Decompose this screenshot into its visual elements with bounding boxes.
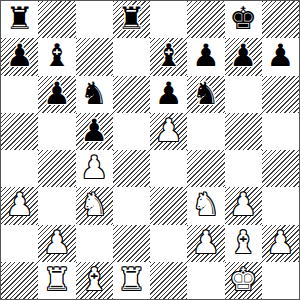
piece-white-bishop[interactable]: ♝ xyxy=(229,227,257,258)
piece-black-knight[interactable]: ♞ xyxy=(192,78,220,109)
piece-black-pawn[interactable]: ♟ xyxy=(229,40,257,71)
square-c5[interactable]: ♟ xyxy=(76,113,113,150)
square-a1[interactable] xyxy=(1,262,38,299)
square-c1[interactable]: ♝ xyxy=(76,262,113,299)
square-f5[interactable] xyxy=(187,113,224,150)
square-b8[interactable] xyxy=(38,1,75,38)
piece-black-pawn[interactable]: ♟ xyxy=(266,40,294,71)
square-d5[interactable] xyxy=(113,113,150,150)
square-c2[interactable] xyxy=(76,225,113,262)
square-b5[interactable] xyxy=(38,113,75,150)
square-c3[interactable]: ♞ xyxy=(76,187,113,224)
square-c6[interactable]: ♞ xyxy=(76,76,113,113)
square-h6[interactable] xyxy=(262,76,299,113)
piece-white-knight[interactable]: ♞ xyxy=(80,189,108,220)
square-e1[interactable] xyxy=(150,262,187,299)
square-h2[interactable]: ♟ xyxy=(262,225,299,262)
square-g1[interactable]: ♚ xyxy=(225,262,262,299)
square-a2[interactable] xyxy=(1,225,38,262)
square-b7[interactable]: ♝ xyxy=(38,38,75,75)
square-g3[interactable]: ♟ xyxy=(225,187,262,224)
piece-black-bishop[interactable]: ♝ xyxy=(155,40,183,71)
piece-white-pawn[interactable]: ♟ xyxy=(43,227,71,258)
piece-white-king[interactable]: ♚ xyxy=(229,264,257,295)
square-b2[interactable]: ♟ xyxy=(38,225,75,262)
piece-white-pawn[interactable]: ♟ xyxy=(6,189,34,220)
square-h3[interactable] xyxy=(262,187,299,224)
square-a7[interactable]: ♟ xyxy=(1,38,38,75)
square-h4[interactable] xyxy=(262,150,299,187)
square-d7[interactable] xyxy=(113,38,150,75)
piece-white-rook[interactable]: ♜ xyxy=(43,264,71,295)
square-f3[interactable]: ♞ xyxy=(187,187,224,224)
square-a3[interactable]: ♟ xyxy=(1,187,38,224)
piece-white-pawn[interactable]: ♟ xyxy=(80,152,108,183)
square-e2[interactable] xyxy=(150,225,187,262)
square-c7[interactable] xyxy=(76,38,113,75)
square-f2[interactable]: ♟ xyxy=(187,225,224,262)
piece-black-knight[interactable]: ♞ xyxy=(80,78,108,109)
square-h1[interactable] xyxy=(262,262,299,299)
piece-black-pawn[interactable]: ♟ xyxy=(6,40,34,71)
square-c4[interactable]: ♟ xyxy=(76,150,113,187)
square-d2[interactable] xyxy=(113,225,150,262)
square-f6[interactable]: ♞ xyxy=(187,76,224,113)
square-a8[interactable]: ♜ xyxy=(1,1,38,38)
square-g6[interactable] xyxy=(225,76,262,113)
square-e7[interactable]: ♝ xyxy=(150,38,187,75)
piece-black-king[interactable]: ♚ xyxy=(229,3,257,34)
square-b6[interactable]: ♟ xyxy=(38,76,75,113)
square-e5[interactable]: ♟ xyxy=(150,113,187,150)
square-f4[interactable] xyxy=(187,150,224,187)
square-g5[interactable] xyxy=(225,113,262,150)
piece-black-rook[interactable]: ♜ xyxy=(117,3,145,34)
square-d1[interactable]: ♜ xyxy=(113,262,150,299)
square-a4[interactable] xyxy=(1,150,38,187)
piece-black-bishop[interactable]: ♝ xyxy=(43,40,71,71)
square-f7[interactable]: ♟ xyxy=(187,38,224,75)
piece-white-knight[interactable]: ♞ xyxy=(192,189,220,220)
square-g2[interactable]: ♝ xyxy=(225,225,262,262)
square-e8[interactable] xyxy=(150,1,187,38)
square-a5[interactable] xyxy=(1,113,38,150)
square-f8[interactable] xyxy=(187,1,224,38)
square-c8[interactable] xyxy=(76,1,113,38)
chess-board: ♜♜♚♟♝♝♟♟♟♟♞♟♞♟♟♟♟♞♞♟♟♟♝♟♜♝♜♚ xyxy=(0,0,300,300)
piece-white-bishop[interactable]: ♝ xyxy=(80,264,108,295)
piece-white-pawn[interactable]: ♟ xyxy=(192,227,220,258)
piece-black-pawn[interactable]: ♟ xyxy=(80,115,108,146)
square-e4[interactable] xyxy=(150,150,187,187)
square-e3[interactable] xyxy=(150,187,187,224)
square-g8[interactable]: ♚ xyxy=(225,1,262,38)
piece-white-pawn[interactable]: ♟ xyxy=(266,227,294,258)
square-b3[interactable] xyxy=(38,187,75,224)
square-h7[interactable]: ♟ xyxy=(262,38,299,75)
square-a6[interactable] xyxy=(1,76,38,113)
square-f1[interactable] xyxy=(187,262,224,299)
square-h5[interactable] xyxy=(262,113,299,150)
square-d6[interactable] xyxy=(113,76,150,113)
piece-white-rook[interactable]: ♜ xyxy=(117,264,145,295)
piece-white-pawn[interactable]: ♟ xyxy=(155,115,183,146)
piece-black-rook[interactable]: ♜ xyxy=(6,3,34,34)
piece-white-pawn[interactable]: ♟ xyxy=(229,189,257,220)
square-b1[interactable]: ♜ xyxy=(38,262,75,299)
square-e6[interactable]: ♟ xyxy=(150,76,187,113)
piece-black-pawn[interactable]: ♟ xyxy=(43,78,71,109)
square-d4[interactable] xyxy=(113,150,150,187)
square-h8[interactable] xyxy=(262,1,299,38)
piece-black-pawn[interactable]: ♟ xyxy=(155,78,183,109)
piece-black-pawn[interactable]: ♟ xyxy=(192,40,220,71)
square-d3[interactable] xyxy=(113,187,150,224)
square-b4[interactable] xyxy=(38,150,75,187)
square-g4[interactable] xyxy=(225,150,262,187)
square-d8[interactable]: ♜ xyxy=(113,1,150,38)
square-g7[interactable]: ♟ xyxy=(225,38,262,75)
